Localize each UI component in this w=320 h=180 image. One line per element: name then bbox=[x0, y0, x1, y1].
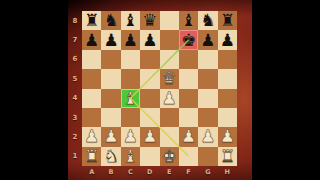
file-label-h: H bbox=[218, 165, 237, 179]
square-e5[interactable]: ♛ bbox=[160, 69, 179, 88]
square-f2[interactable]: ♟ bbox=[179, 127, 198, 146]
black-pawn-h7: ♟ bbox=[220, 31, 235, 48]
rank-label-5: 5 bbox=[68, 69, 82, 88]
square-f4[interactable] bbox=[179, 89, 198, 108]
square-b2[interactable]: ♟ bbox=[101, 127, 120, 146]
square-b4[interactable] bbox=[101, 89, 120, 108]
file-label-g: G bbox=[198, 165, 217, 179]
black-knight-g8: ♞ bbox=[200, 12, 215, 29]
square-b1[interactable]: ♞ bbox=[101, 147, 120, 166]
white-bishop-c4: ♝ bbox=[123, 89, 138, 106]
chessboard[interactable]: ♜♞♝♛♝♞♜♟♟♟♟♚♟♟♛♝♟♟♟♟♟♟♟♟♜♞♝♚♜ bbox=[82, 11, 237, 166]
square-c7[interactable]: ♟ bbox=[121, 30, 140, 49]
square-c1[interactable]: ♝ bbox=[121, 147, 140, 166]
square-e8[interactable] bbox=[160, 11, 179, 30]
square-g6[interactable] bbox=[198, 50, 217, 69]
square-f8[interactable]: ♝ bbox=[179, 11, 198, 30]
square-b6[interactable] bbox=[101, 50, 120, 69]
square-d3[interactable] bbox=[140, 108, 159, 127]
square-f5[interactable] bbox=[179, 69, 198, 88]
file-label-e: E bbox=[160, 165, 179, 179]
white-pawn-h2: ♟ bbox=[220, 128, 235, 145]
white-queen-e5: ♛ bbox=[162, 70, 177, 87]
white-pawn-b2: ♟ bbox=[103, 128, 118, 145]
square-g1[interactable] bbox=[198, 147, 217, 166]
white-pawn-d2: ♟ bbox=[142, 128, 157, 145]
black-knight-b8: ♞ bbox=[103, 12, 118, 29]
square-c5[interactable] bbox=[121, 69, 140, 88]
file-label-c: C bbox=[121, 165, 140, 179]
square-c6[interactable] bbox=[121, 50, 140, 69]
square-c2[interactable]: ♟ bbox=[121, 127, 140, 146]
square-a8[interactable]: ♜ bbox=[82, 11, 101, 30]
square-e3[interactable] bbox=[160, 108, 179, 127]
white-rook-a1: ♜ bbox=[84, 147, 99, 164]
white-king-e1: ♚ bbox=[162, 147, 177, 164]
rank-label-7: 7 bbox=[68, 30, 82, 49]
square-g7[interactable]: ♟ bbox=[198, 30, 217, 49]
black-rook-a8: ♜ bbox=[84, 12, 99, 29]
black-pawn-g7: ♟ bbox=[200, 31, 215, 48]
square-b5[interactable] bbox=[101, 69, 120, 88]
rank-label-1: 1 bbox=[68, 147, 82, 166]
square-e1[interactable]: ♚ bbox=[160, 147, 179, 166]
rank-label-6: 6 bbox=[68, 50, 82, 69]
black-bishop-c8: ♝ bbox=[123, 12, 138, 29]
square-a7[interactable]: ♟ bbox=[82, 30, 101, 49]
square-a4[interactable] bbox=[82, 89, 101, 108]
white-rook-h1: ♜ bbox=[220, 147, 235, 164]
square-d1[interactable] bbox=[140, 147, 159, 166]
square-h4[interactable] bbox=[218, 89, 237, 108]
white-pawn-g2: ♟ bbox=[200, 128, 215, 145]
file-labels: ABCDEFGH bbox=[82, 165, 237, 179]
file-label-b: B bbox=[101, 165, 120, 179]
square-c4[interactable]: ♝ bbox=[121, 89, 140, 108]
square-e2[interactable] bbox=[160, 127, 179, 146]
black-rook-h8: ♜ bbox=[220, 12, 235, 29]
black-queen-d8: ♛ bbox=[142, 12, 157, 29]
white-pawn-f2: ♟ bbox=[181, 128, 196, 145]
rank-label-4: 4 bbox=[68, 89, 82, 108]
square-d7[interactable]: ♟ bbox=[140, 30, 159, 49]
square-e7[interactable] bbox=[160, 30, 179, 49]
file-label-d: D bbox=[140, 165, 159, 179]
square-c3[interactable] bbox=[121, 108, 140, 127]
file-label-a: A bbox=[82, 165, 101, 179]
square-f1[interactable] bbox=[179, 147, 198, 166]
square-d8[interactable]: ♛ bbox=[140, 11, 159, 30]
file-label-f: F bbox=[179, 165, 198, 179]
black-pawn-a7: ♟ bbox=[84, 31, 99, 48]
black-king-f7: ♚ bbox=[181, 31, 196, 48]
black-bishop-f8: ♝ bbox=[181, 12, 196, 29]
square-h2[interactable]: ♟ bbox=[218, 127, 237, 146]
white-bishop-c1: ♝ bbox=[123, 147, 138, 164]
rank-label-2: 2 bbox=[68, 127, 82, 146]
square-b3[interactable] bbox=[101, 108, 120, 127]
square-d2[interactable]: ♟ bbox=[140, 127, 159, 146]
square-a1[interactable]: ♜ bbox=[82, 147, 101, 166]
square-a6[interactable] bbox=[82, 50, 101, 69]
square-g8[interactable]: ♞ bbox=[198, 11, 217, 30]
rank-label-3: 3 bbox=[68, 108, 82, 127]
square-h7[interactable]: ♟ bbox=[218, 30, 237, 49]
rank-labels: 87654321 bbox=[68, 11, 82, 166]
square-a5[interactable] bbox=[82, 69, 101, 88]
white-pawn-e4: ♟ bbox=[162, 89, 177, 106]
square-d4[interactable] bbox=[140, 89, 159, 108]
square-d6[interactable] bbox=[140, 50, 159, 69]
square-h1[interactable]: ♜ bbox=[218, 147, 237, 166]
square-g4[interactable] bbox=[198, 89, 217, 108]
square-h6[interactable] bbox=[218, 50, 237, 69]
square-c8[interactable]: ♝ bbox=[121, 11, 140, 30]
square-f6[interactable] bbox=[179, 50, 198, 69]
black-pawn-b7: ♟ bbox=[103, 31, 118, 48]
square-a3[interactable] bbox=[82, 108, 101, 127]
square-f3[interactable] bbox=[179, 108, 198, 127]
square-f7[interactable]: ♚ bbox=[179, 30, 198, 49]
square-b7[interactable]: ♟ bbox=[101, 30, 120, 49]
square-d5[interactable] bbox=[140, 69, 159, 88]
black-pawn-d7: ♟ bbox=[142, 31, 157, 48]
white-pawn-a2: ♟ bbox=[84, 128, 99, 145]
square-e6[interactable] bbox=[160, 50, 179, 69]
square-e4[interactable]: ♟ bbox=[160, 89, 179, 108]
white-pawn-c2: ♟ bbox=[123, 128, 138, 145]
square-a2[interactable]: ♟ bbox=[82, 127, 101, 146]
rank-label-8: 8 bbox=[68, 11, 82, 30]
square-g2[interactable]: ♟ bbox=[198, 127, 217, 146]
video-frame: 87654321 ABCDEFGH ♜♞♝♛♝♞♜♟♟♟♟♚♟♟♛♝♟♟♟♟♟♟… bbox=[0, 0, 320, 180]
square-h8[interactable]: ♜ bbox=[218, 11, 237, 30]
square-b8[interactable]: ♞ bbox=[101, 11, 120, 30]
square-h5[interactable] bbox=[218, 69, 237, 88]
square-g3[interactable] bbox=[198, 108, 217, 127]
square-g5[interactable] bbox=[198, 69, 217, 88]
white-knight-b1: ♞ bbox=[103, 147, 118, 164]
black-pawn-c7: ♟ bbox=[123, 31, 138, 48]
square-h3[interactable] bbox=[218, 108, 237, 127]
